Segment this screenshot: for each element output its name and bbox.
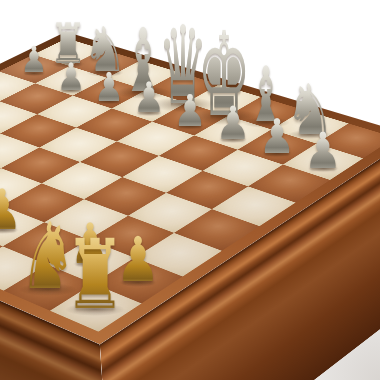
black-pawn-g7: ♟	[259, 112, 296, 160]
chess-set-photo: ♜♞♝♛♚♝♞♟♟♟♟♟♟♟♟♟♟♞♟♜	[0, 0, 380, 380]
black-pawn-h7: ♟	[304, 126, 342, 176]
black-pawn-f7: ♟	[215, 100, 250, 146]
black-pawn-c7: ♟	[94, 67, 124, 107]
white-rook-h1: ♜	[64, 227, 126, 323]
black-pawn-a7: ♟	[20, 42, 47, 78]
black-pawn-e7: ♟	[173, 89, 207, 133]
black-pawn-b7: ♟	[57, 58, 86, 96]
pieces-layer: ♜♞♝♛♚♝♞♟♟♟♟♟♟♟♟♟♟♞♟♜	[0, 0, 380, 380]
black-pawn-d7: ♟	[133, 77, 165, 119]
